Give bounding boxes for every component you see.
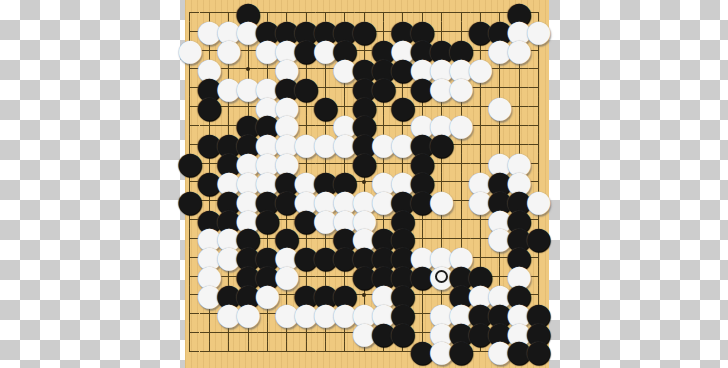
intersection[interactable] <box>238 342 257 361</box>
intersection[interactable] <box>180 342 199 361</box>
intersection[interactable] <box>200 342 219 361</box>
intersection[interactable] <box>316 342 335 361</box>
intersection[interactable]: ● <box>432 191 451 210</box>
intersection[interactable]: ● <box>490 97 509 116</box>
stone-black: ● <box>529 342 548 361</box>
intersection[interactable] <box>219 342 238 361</box>
intersection[interactable] <box>296 342 315 361</box>
stone-black: ● <box>200 97 219 116</box>
intersection[interactable]: ● <box>200 97 219 116</box>
intersection[interactable] <box>258 342 277 361</box>
stone-white: ● <box>451 78 470 97</box>
intersection[interactable]: ● <box>451 78 470 97</box>
intersection[interactable]: ● <box>238 304 257 323</box>
intersection[interactable]: ● <box>509 41 528 60</box>
stone-white: ● <box>432 191 451 210</box>
stone-white: ● <box>238 304 257 323</box>
stone-white: ● <box>509 41 528 60</box>
stone-white: ● <box>490 97 509 116</box>
intersection[interactable] <box>180 323 199 342</box>
intersection[interactable] <box>529 97 548 116</box>
intersection[interactable] <box>529 116 548 135</box>
intersection[interactable] <box>277 342 296 361</box>
stone-black: ● <box>451 342 470 361</box>
screenshot-canvas: ●●●●●●●●●●●●●●●●●●●●●●●●●●●●●●●●●●●●●●●●… <box>0 0 728 368</box>
go-board-grid: ●●●●●●●●●●●●●●●●●●●●●●●●●●●●●●●●●●●●●●●●… <box>180 3 548 361</box>
intersection[interactable]: ● <box>451 342 470 361</box>
intersection[interactable] <box>529 78 548 97</box>
intersection[interactable]: ● <box>529 342 548 361</box>
go-board: ●●●●●●●●●●●●●●●●●●●●●●●●●●●●●●●●●●●●●●●●… <box>185 0 549 368</box>
